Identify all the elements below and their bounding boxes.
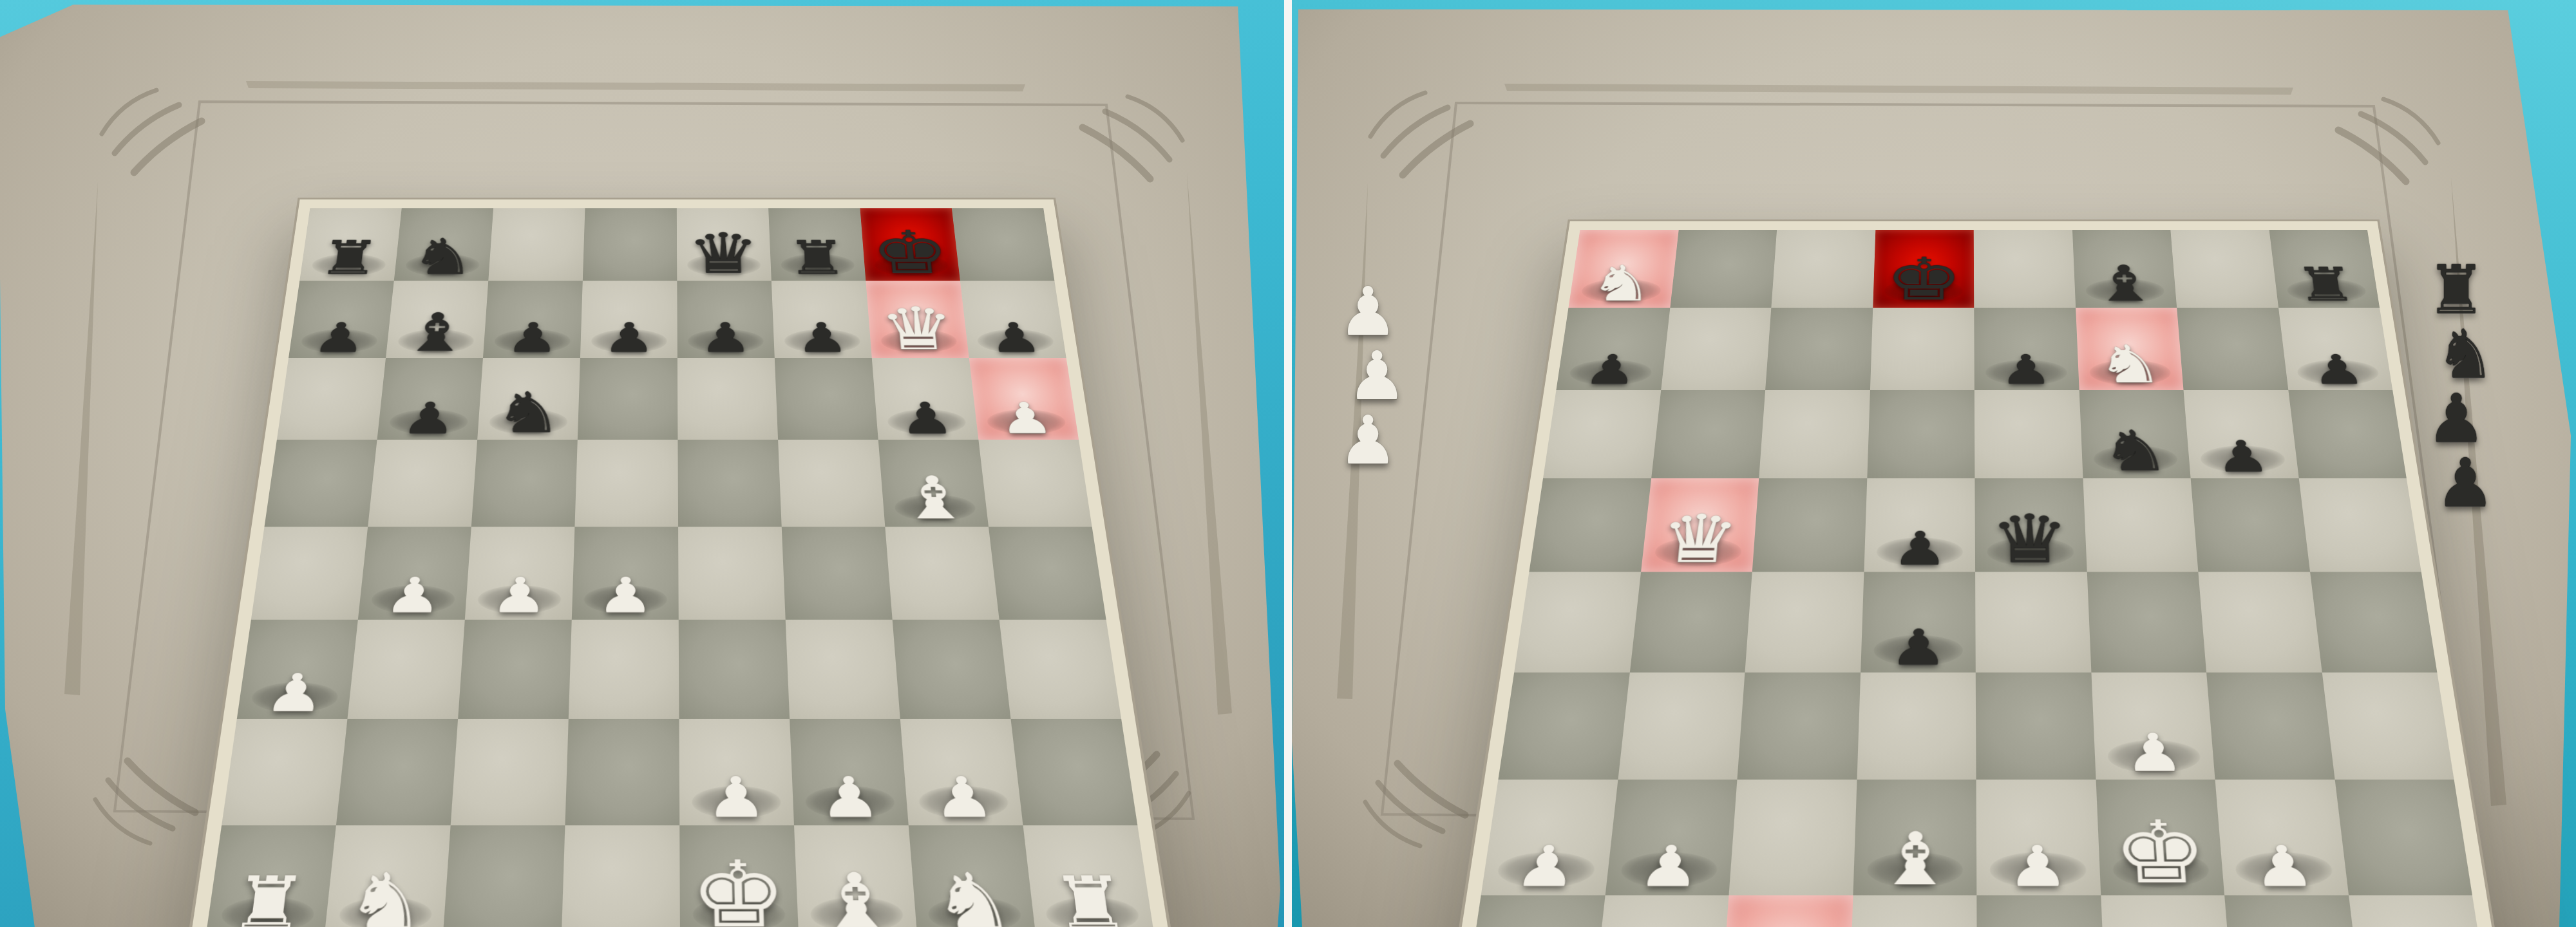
square-b1[interactable] xyxy=(324,825,451,927)
piece-bP-f7[interactable]: ♟ xyxy=(772,281,872,358)
square-h2[interactable] xyxy=(2334,780,2472,895)
square-d8[interactable] xyxy=(583,208,677,281)
piece-wK-e1[interactable]: ♚ xyxy=(679,825,799,927)
piece-wP-e2[interactable]: ♟ xyxy=(679,719,794,825)
square-g4[interactable] xyxy=(885,527,999,619)
square-c4[interactable] xyxy=(465,527,575,619)
square-d7[interactable] xyxy=(1870,308,1974,390)
piece-wN-g1[interactable]: ♞ xyxy=(909,825,1036,927)
black-pawn-glyph: ♟ xyxy=(1582,351,1639,389)
white-pawn-glyph: ♟ xyxy=(263,668,328,716)
square-f5[interactable] xyxy=(778,440,885,527)
piece-shadow xyxy=(1619,852,1718,888)
piece-shadow xyxy=(583,585,667,613)
piece-bP-h7[interactable]: ♟ xyxy=(960,281,1066,358)
white-king-glyph: ♚ xyxy=(690,852,789,927)
piece-bP-g6[interactable]: ♟ xyxy=(2183,390,2298,478)
square-e8[interactable] xyxy=(1974,230,2076,308)
piece-bP-b6[interactable]: ♟ xyxy=(377,358,482,440)
square-e2[interactable] xyxy=(679,719,794,825)
white-pawn-glyph: ♟ xyxy=(596,572,654,617)
square-d3[interactable] xyxy=(1857,672,1976,780)
square-c1[interactable] xyxy=(442,825,565,927)
white-knight-glyph: ♞ xyxy=(1587,261,1658,306)
piece-bQ-e5[interactable]: ♛ xyxy=(1975,478,2087,572)
piece-shadow xyxy=(1990,852,2087,888)
square-e4[interactable] xyxy=(678,527,786,619)
white-king-glyph: ♚ xyxy=(2111,813,2210,893)
square-g3[interactable] xyxy=(893,619,1011,718)
square-b3[interactable] xyxy=(1618,672,1745,780)
square-d1[interactable] xyxy=(1848,895,1977,927)
square-d4[interactable] xyxy=(1860,572,1975,673)
square-h5[interactable] xyxy=(2298,478,2421,572)
square-g2[interactable] xyxy=(900,719,1023,825)
piece-wR-h1[interactable]: ♜ xyxy=(1023,825,1155,927)
square-e1[interactable] xyxy=(679,825,799,927)
square-c6[interactable] xyxy=(1759,390,1870,478)
white-knight-glyph: ♞ xyxy=(929,866,1018,927)
piece-wR-h1[interactable]: ♜ xyxy=(2348,895,2492,927)
square-a3[interactable] xyxy=(1498,672,1629,780)
white-knight-glyph: ♞ xyxy=(2095,341,2164,388)
white-pawn-glyph: ♟ xyxy=(1512,841,1580,893)
square-h4[interactable] xyxy=(2309,572,2437,673)
black-bishop-glyph: ♝ xyxy=(401,308,471,356)
piece-bR-f8[interactable]: ♜ xyxy=(768,208,866,281)
piece-shadow xyxy=(477,585,562,613)
square-g8[interactable] xyxy=(2170,230,2278,308)
black-king-glyph: ♚ xyxy=(869,225,952,279)
black-queen-glyph: ♛ xyxy=(1990,509,2072,570)
piece-wB-f1[interactable]: ♝ xyxy=(794,825,918,927)
square-a4[interactable] xyxy=(1514,572,1640,673)
square-f4[interactable] xyxy=(2087,572,2206,673)
white-rook-glyph: ♜ xyxy=(226,870,310,927)
square-c8[interactable] xyxy=(1771,230,1875,308)
square-e6[interactable] xyxy=(677,358,778,440)
square-b7[interactable] xyxy=(1661,308,1772,390)
square-g4[interactable] xyxy=(2198,572,2322,673)
square-a3[interactable] xyxy=(237,619,358,718)
piece-bB-f8[interactable]: ♝ xyxy=(2072,230,2177,308)
square-d2[interactable] xyxy=(565,719,679,825)
square-d6[interactable] xyxy=(1867,390,1975,478)
black-knight-glyph: ♞ xyxy=(2099,426,2172,476)
square-e6[interactable] xyxy=(1975,390,2083,478)
white-knight-glyph: ♞ xyxy=(342,866,430,927)
square-g5[interactable] xyxy=(2190,478,2309,572)
black-pawn-glyph: ♟ xyxy=(699,319,752,356)
piece-shadow xyxy=(250,682,339,713)
black-pawn-glyph: ♟ xyxy=(401,398,457,438)
white-pawn-glyph: ♟ xyxy=(383,572,444,617)
piece-bP-c7[interactable]: ♟ xyxy=(483,281,583,358)
black-pawn-glyph: ♟ xyxy=(506,319,560,356)
black-pawn-glyph: ♟ xyxy=(2000,351,2053,389)
white-bishop-glyph: ♝ xyxy=(896,471,972,525)
piece-bP-h7[interactable]: ♟ xyxy=(2278,308,2392,390)
square-f3[interactable] xyxy=(786,619,900,718)
captured-black-pawn: ♟ xyxy=(2411,385,2501,452)
piece-shadow xyxy=(2107,740,2201,773)
piece-wP-g2[interactable]: ♟ xyxy=(2215,780,2348,895)
black-king-glyph: ♚ xyxy=(1884,252,1962,306)
square-b8[interactable] xyxy=(1670,230,1777,308)
piece-bP-d5[interactable]: ♟ xyxy=(1864,478,1975,572)
square-c2[interactable] xyxy=(1728,780,1856,895)
piece-shadow xyxy=(693,897,786,927)
square-g1[interactable] xyxy=(2224,895,2363,927)
square-f2[interactable] xyxy=(2096,780,2224,895)
black-rook-glyph: ♜ xyxy=(2293,264,2359,306)
square-b6[interactable] xyxy=(1651,390,1765,478)
piece-bK-d8[interactable]: ♚ xyxy=(1873,230,1974,308)
square-d2[interactable] xyxy=(1853,780,1976,895)
square-f3[interactable] xyxy=(2091,672,2215,780)
piece-bP-g6[interactable]: ♟ xyxy=(872,358,979,440)
square-d3[interactable] xyxy=(569,619,679,718)
black-pawn-glyph: ♟ xyxy=(1889,625,1947,670)
black-bishop-glyph: ♝ xyxy=(2091,261,2159,306)
piece-bB-b7[interactable]: ♝ xyxy=(386,281,488,358)
captured-black-knight: ♞ xyxy=(2420,321,2510,388)
black-pawn-glyph: ♟ xyxy=(1891,528,1947,570)
piece-bR-a8[interactable]: ♜ xyxy=(299,208,402,281)
square-e2[interactable] xyxy=(1976,780,2100,895)
piece-bP-d4[interactable]: ♟ xyxy=(1860,572,1975,673)
piece-shadow xyxy=(1044,897,1141,927)
piece-shadow xyxy=(918,786,1010,819)
square-e3[interactable] xyxy=(1976,672,2096,780)
square-a2[interactable] xyxy=(222,719,347,825)
square-a5[interactable] xyxy=(1529,478,1651,572)
piece-bP-d7[interactable]: ♟ xyxy=(580,281,677,358)
square-c3[interactable] xyxy=(458,619,572,718)
piece-bN-c6[interactable]: ♞ xyxy=(477,358,580,440)
square-h1[interactable] xyxy=(1023,825,1155,927)
piece-shadow xyxy=(1866,852,1963,888)
piece-shadow xyxy=(219,897,315,927)
square-g7[interactable] xyxy=(2177,308,2288,390)
piece-bN-b8[interactable]: ♞ xyxy=(394,208,493,281)
piece-wN-a8[interactable]: ♞ xyxy=(1568,230,1678,308)
right-screenshot: ♞♚♝♜♟♟♞♟♞♟♛♟♛♟♟♟♟♝♟♚♟♜♝♜ ♟♟♟ ♜♞♟♟ xyxy=(1292,0,2576,927)
black-rook-glyph: ♜ xyxy=(316,237,383,279)
square-a2[interactable] xyxy=(1481,780,1618,895)
captured-white-pawn: ♟ xyxy=(1323,407,1413,474)
piece-shadow xyxy=(1495,852,1596,888)
piece-wP-c4[interactable]: ♟ xyxy=(465,527,575,619)
square-b1[interactable] xyxy=(1591,895,1729,927)
white-pawn-glyph: ♟ xyxy=(489,572,549,617)
white-pawn-glyph: ♟ xyxy=(930,771,996,823)
square-d4[interactable] xyxy=(572,527,679,619)
piece-bK-g8[interactable]: ♚ xyxy=(860,208,960,281)
square-f1[interactable] xyxy=(2101,895,2235,927)
square-d1[interactable] xyxy=(562,825,680,927)
piece-bP-e7[interactable]: ♟ xyxy=(677,281,774,358)
white-pawn-glyph: ♟ xyxy=(818,771,882,823)
piece-wP-d4[interactable]: ♟ xyxy=(572,527,679,619)
square-b3[interactable] xyxy=(347,619,464,718)
piece-bN-f6[interactable]: ♞ xyxy=(2079,390,2190,478)
chess-board-left: ♜♞♛♜♚♟♝♟♟♟♟♛♟♟♞♟♟♝♟♟♟♟♟♟♟♜♞♚♝♞♜ xyxy=(188,199,1172,927)
piece-shadow xyxy=(370,585,455,613)
captured-white-pawn: ♟ xyxy=(1323,278,1413,345)
piece-wP-b4[interactable]: ♟ xyxy=(358,527,471,619)
piece-wQ-b5[interactable]: ♛ xyxy=(1640,478,1759,572)
square-g2[interactable] xyxy=(2215,780,2348,895)
square-a4[interactable] xyxy=(251,527,368,619)
piece-shadow xyxy=(927,897,1022,927)
square-h8[interactable] xyxy=(952,208,1055,281)
captured-white-pawn: ♟ xyxy=(1332,342,1422,409)
square-a1[interactable] xyxy=(1463,895,1605,927)
square-c7[interactable] xyxy=(1765,308,1873,390)
square-a6[interactable] xyxy=(1543,390,1661,478)
black-knight-glyph: ♞ xyxy=(408,234,477,279)
square-d6[interactable] xyxy=(578,358,678,440)
square-e3[interactable] xyxy=(679,619,790,718)
white-pawn-glyph: ♟ xyxy=(2007,841,2069,893)
square-e4[interactable] xyxy=(1975,572,2091,673)
square-g3[interactable] xyxy=(2206,672,2334,780)
board-perspective-wrapper-right: ♞♚♝♜♟♟♞♟♞♟♛♟♛♟♟♟♟♝♟♚♟♜♝♜ xyxy=(1450,221,2474,927)
white-pawn-glyph: ♟ xyxy=(996,398,1055,438)
square-b2[interactable] xyxy=(1605,780,1737,895)
white-pawn-glyph: ♟ xyxy=(705,771,768,823)
square-h1[interactable] xyxy=(2348,895,2492,927)
black-pawn-glyph: ♟ xyxy=(795,319,849,356)
captured-black-rook: ♜ xyxy=(2411,256,2501,323)
chess-board-right: ♞♚♝♜♟♟♞♟♞♟♛♟♛♟♟♟♟♝♟♚♟♜♝♜ xyxy=(1445,221,2509,927)
piece-shadow xyxy=(2112,852,2210,888)
square-c5[interactable] xyxy=(1752,478,1867,572)
square-h5[interactable] xyxy=(978,440,1092,527)
square-b4[interactable] xyxy=(358,527,471,619)
left-screenshot: ♜♞♛♜♚♟♝♟♟♟♟♛♟♟♞♟♟♝♟♟♟♟♟♟♟♜♞♚♝♞♜ xyxy=(0,0,1284,927)
square-h3[interactable] xyxy=(2322,672,2454,780)
piece-bP-e7[interactable]: ♟ xyxy=(1974,308,2079,390)
black-pawn-glyph: ♟ xyxy=(987,319,1043,356)
square-b2[interactable] xyxy=(336,719,458,825)
square-f1[interactable] xyxy=(794,825,918,927)
black-pawn-glyph: ♟ xyxy=(2309,351,2366,389)
piece-wN-b1[interactable]: ♞ xyxy=(324,825,451,927)
square-c5[interactable] xyxy=(471,440,578,527)
piece-wP-a3[interactable]: ♟ xyxy=(237,619,358,718)
black-knight-glyph: ♞ xyxy=(493,387,564,438)
square-h2[interactable] xyxy=(1010,719,1137,825)
square-g1[interactable] xyxy=(909,825,1036,927)
square-f4[interactable] xyxy=(782,527,893,619)
square-c8[interactable] xyxy=(488,208,585,281)
black-pawn-glyph: ♟ xyxy=(2214,437,2271,477)
black-pawn-glyph: ♟ xyxy=(603,319,655,356)
white-queen-glyph: ♛ xyxy=(878,302,958,356)
square-f2[interactable] xyxy=(790,719,909,825)
piece-shadow xyxy=(2234,852,2333,888)
piece-shadow xyxy=(810,897,904,927)
board-perspective-wrapper-left: ♜♞♛♜♚♟♝♟♟♟♟♛♟♟♞♟♟♝♟♟♟♟♟♟♟♜♞♚♝♞♜ xyxy=(193,199,1138,924)
square-f5[interactable] xyxy=(2083,478,2198,572)
square-f6[interactable] xyxy=(775,358,878,440)
piece-shadow xyxy=(1873,635,1962,666)
piece-wB-f1[interactable]: ♝ xyxy=(2101,895,2235,927)
piece-bP-a7[interactable]: ♟ xyxy=(289,281,394,358)
piece-shadow xyxy=(805,786,896,819)
piece-wR-c1[interactable]: ♜ xyxy=(1719,895,1852,927)
square-c2[interactable] xyxy=(451,719,569,825)
square-a5[interactable] xyxy=(264,440,377,527)
captured-black-pawn: ♟ xyxy=(2420,449,2510,516)
square-a6[interactable] xyxy=(277,358,386,440)
black-pawn-glyph: ♟ xyxy=(311,319,368,356)
black-queen-glyph: ♛ xyxy=(687,228,761,279)
piece-wQ-g7[interactable]: ♛ xyxy=(866,281,969,358)
white-pawn-glyph: ♟ xyxy=(2250,841,2316,893)
square-h6[interactable] xyxy=(2288,390,2407,478)
piece-wP-f3[interactable]: ♟ xyxy=(2091,672,2215,780)
piece-shadow xyxy=(692,786,781,819)
piece-wP-e2[interactable]: ♟ xyxy=(1976,780,2100,895)
square-c1-last-move-pink[interactable] xyxy=(1719,895,1852,927)
square-d5[interactable] xyxy=(574,440,678,527)
square-h3[interactable] xyxy=(999,619,1121,718)
piece-bP-a7[interactable]: ♟ xyxy=(1556,308,1670,390)
piece-wR-a1[interactable]: ♜ xyxy=(205,825,336,927)
black-pawn-glyph: ♟ xyxy=(898,398,955,438)
square-c4[interactable] xyxy=(1745,572,1863,673)
white-pawn-glyph: ♟ xyxy=(1636,841,1703,893)
white-bishop-glyph: ♝ xyxy=(813,866,899,927)
piece-wB-d2[interactable]: ♝ xyxy=(1853,780,1976,895)
square-b4[interactable] xyxy=(1629,572,1752,673)
piece-shadow xyxy=(337,897,432,927)
square-a1[interactable] xyxy=(205,825,336,927)
piece-wP-g2[interactable]: ♟ xyxy=(900,719,1023,825)
piece-wB-g5[interactable]: ♝ xyxy=(878,440,989,527)
piece-bQ-e8[interactable]: ♛ xyxy=(677,208,772,281)
piece-wP-h6[interactable]: ♟ xyxy=(969,358,1079,440)
square-c3[interactable] xyxy=(1737,672,1860,780)
square-h4[interactable] xyxy=(989,527,1106,619)
piece-wP-a2[interactable]: ♟ xyxy=(1481,780,1618,895)
piece-wN-f7[interactable]: ♞ xyxy=(2076,308,2184,390)
piece-wP-b2[interactable]: ♟ xyxy=(1605,780,1737,895)
piece-wP-f2[interactable]: ♟ xyxy=(790,719,909,825)
piece-wK-f2[interactable]: ♚ xyxy=(2096,780,2224,895)
white-bishop-glyph: ♝ xyxy=(1875,826,1955,893)
square-b5[interactable] xyxy=(368,440,477,527)
square-e5[interactable] xyxy=(677,440,781,527)
black-rook-glyph: ♜ xyxy=(786,237,849,279)
white-pawn-glyph: ♟ xyxy=(2123,729,2184,777)
white-queen-glyph: ♛ xyxy=(1656,509,1741,570)
piece-bR-h8[interactable]: ♜ xyxy=(2269,230,2380,308)
white-rook-glyph: ♜ xyxy=(1048,870,1133,927)
square-e1[interactable] xyxy=(1976,895,2106,927)
